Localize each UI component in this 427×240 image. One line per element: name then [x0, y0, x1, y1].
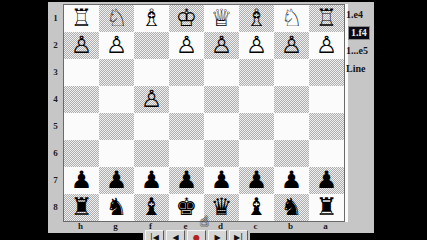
board-square[interactable]: ♟ — [274, 167, 309, 194]
board-square[interactable]: ♕ — [204, 5, 239, 32]
board-square[interactable]: ♙ — [134, 86, 169, 113]
board-square[interactable]: ♔ — [169, 5, 204, 32]
board-square[interactable] — [309, 86, 344, 113]
board-square[interactable]: ♟ — [309, 167, 344, 194]
rank-label: 1 — [48, 4, 63, 31]
back-button[interactable]: ◀ — [166, 230, 185, 240]
rank-label: 3 — [48, 58, 63, 85]
black-piece-icon: ♝ — [246, 194, 268, 221]
rank-label: 6 — [48, 139, 63, 166]
board-square[interactable] — [204, 140, 239, 167]
board-square[interactable]: ♜ — [64, 194, 99, 221]
board-square[interactable] — [309, 59, 344, 86]
rank-label: 5 — [48, 112, 63, 139]
black-piece-icon: ♜ — [316, 194, 338, 221]
move-list-item[interactable]: Line — [346, 63, 365, 74]
board-square[interactable]: ♙ — [204, 32, 239, 59]
white-piece-icon: ♙ — [281, 32, 303, 59]
board-square[interactable]: ♞ — [274, 194, 309, 221]
board-square[interactable] — [134, 140, 169, 167]
board-square[interactable] — [99, 113, 134, 140]
board-square[interactable] — [274, 113, 309, 140]
board-square[interactable]: ♖ — [64, 5, 99, 32]
black-piece-icon: ♝ — [141, 194, 163, 221]
vcr-toolbar: |◀◀●▶▶| — [143, 229, 250, 240]
board-square[interactable]: ♟ — [64, 167, 99, 194]
board-square[interactable] — [99, 86, 134, 113]
board-square[interactable]: ♘ — [99, 5, 134, 32]
board-square[interactable]: ♞ — [99, 194, 134, 221]
board-square[interactable] — [239, 113, 274, 140]
file-label: g — [98, 221, 133, 233]
file-label: a — [308, 221, 343, 233]
board-square[interactable]: ♜ — [309, 194, 344, 221]
white-piece-icon: ♘ — [106, 5, 128, 32]
board-square[interactable] — [134, 32, 169, 59]
file-label: h — [63, 221, 98, 233]
board-square[interactable] — [64, 113, 99, 140]
board-square[interactable] — [169, 140, 204, 167]
rank-label: 2 — [48, 31, 63, 58]
board-square[interactable] — [309, 140, 344, 167]
board-square[interactable]: ♙ — [99, 32, 134, 59]
black-piece-icon: ♟ — [281, 167, 303, 194]
board-square[interactable]: ♚ — [169, 194, 204, 221]
board-square[interactable] — [204, 86, 239, 113]
board-square[interactable]: ♝ — [134, 194, 169, 221]
white-piece-icon: ♙ — [71, 32, 93, 59]
board-square[interactable]: ♛ — [204, 194, 239, 221]
move-list-panel[interactable]: 1.e41.f41...e5Line — [346, 4, 374, 74]
forward-button[interactable]: ▶ — [208, 230, 227, 240]
board-square[interactable]: ♙ — [169, 32, 204, 59]
white-piece-icon: ♖ — [316, 5, 338, 32]
white-piece-icon: ♙ — [106, 32, 128, 59]
black-piece-icon: ♛ — [211, 194, 233, 221]
black-piece-icon: ♟ — [141, 167, 163, 194]
black-piece-icon: ♟ — [176, 167, 198, 194]
board-square[interactable]: ♟ — [239, 167, 274, 194]
white-piece-icon: ♕ — [211, 5, 233, 32]
black-piece-icon: ♟ — [211, 167, 233, 194]
board-square[interactable] — [274, 59, 309, 86]
board-square[interactable]: ♙ — [64, 32, 99, 59]
board-square[interactable] — [204, 113, 239, 140]
white-piece-icon: ♔ — [176, 5, 198, 32]
board-square[interactable] — [134, 113, 169, 140]
move-list-item[interactable]: 1.e4 — [346, 9, 363, 20]
board-square[interactable] — [169, 113, 204, 140]
rank-labels: 12345678 — [48, 4, 63, 220]
rank-label: 7 — [48, 166, 63, 193]
board-square[interactable]: ♗ — [239, 5, 274, 32]
board-square[interactable] — [274, 86, 309, 113]
board-square[interactable]: ♙ — [239, 32, 274, 59]
board-square[interactable] — [64, 59, 99, 86]
black-piece-icon: ♜ — [71, 194, 93, 221]
rank-label: 8 — [48, 193, 63, 220]
board-square[interactable]: ♟ — [134, 167, 169, 194]
board-square[interactable] — [169, 86, 204, 113]
board-square[interactable] — [204, 59, 239, 86]
white-piece-icon: ♙ — [141, 86, 163, 113]
board-square[interactable]: ♟ — [169, 167, 204, 194]
board-square[interactable] — [239, 86, 274, 113]
board-square[interactable] — [239, 59, 274, 86]
black-piece-icon: ♟ — [246, 167, 268, 194]
white-piece-icon: ♙ — [176, 32, 198, 59]
board-square[interactable] — [64, 86, 99, 113]
video-frame: { "game": "chess", "position": "rnbqkbnr… — [0, 0, 427, 240]
black-piece-icon: ♟ — [71, 167, 93, 194]
first-move-button[interactable]: |◀ — [145, 230, 164, 240]
black-piece-icon: ♞ — [106, 194, 128, 221]
white-piece-icon: ♖ — [71, 5, 93, 32]
board-square[interactable] — [239, 140, 274, 167]
black-piece-icon: ♚ — [176, 194, 198, 221]
board-square[interactable]: ♙ — [274, 32, 309, 59]
file-label: b — [273, 221, 308, 233]
white-piece-icon: ♘ — [281, 5, 303, 32]
move-list-item[interactable]: 1...e5 — [346, 45, 368, 56]
board-square[interactable]: ♗ — [134, 5, 169, 32]
chess-app-window: 12345678 ♖♘♗♔♕♗♘♖♙♙♙♙♙♙♙♙♟♟♟♟♟♟♟♟♜♞♝♚♛♝♞… — [48, 2, 374, 233]
record-button[interactable]: ● — [187, 230, 206, 240]
board-square[interactable] — [134, 59, 169, 86]
move-list-item[interactable]: 1.f4 — [349, 27, 369, 39]
white-piece-icon: ♗ — [246, 5, 268, 32]
board-square[interactable] — [309, 113, 344, 140]
black-piece-icon: ♟ — [106, 167, 128, 194]
board-square[interactable] — [64, 140, 99, 167]
board-square[interactable]: ♟ — [99, 167, 134, 194]
board-square[interactable]: ♖ — [309, 5, 344, 32]
white-piece-icon: ♙ — [316, 32, 338, 59]
black-piece-icon: ♟ — [316, 167, 338, 194]
white-piece-icon: ♙ — [246, 32, 268, 59]
chess-board[interactable]: ♖♘♗♔♕♗♘♖♙♙♙♙♙♙♙♙♟♟♟♟♟♟♟♟♜♞♝♚♛♝♞♜ — [63, 4, 345, 222]
board-square[interactable] — [274, 140, 309, 167]
white-piece-icon: ♙ — [211, 32, 233, 59]
board-square[interactable] — [169, 59, 204, 86]
board-square[interactable]: ♘ — [274, 5, 309, 32]
board-square[interactable]: ♟ — [204, 167, 239, 194]
board-square[interactable] — [99, 140, 134, 167]
last-move-button[interactable]: ▶| — [229, 230, 248, 240]
board-square[interactable] — [99, 59, 134, 86]
board-square[interactable]: ♝ — [239, 194, 274, 221]
black-piece-icon: ♞ — [281, 194, 303, 221]
board-square[interactable]: ♙ — [309, 32, 344, 59]
rank-label: 4 — [48, 85, 63, 112]
white-piece-icon: ♗ — [141, 5, 163, 32]
